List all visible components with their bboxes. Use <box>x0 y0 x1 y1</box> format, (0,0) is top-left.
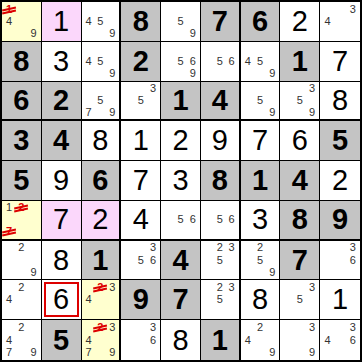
candidate-3: 3 <box>147 242 159 254</box>
cell-r5c3[interactable]: 6 <box>82 161 122 201</box>
cell-value-given: 1 <box>212 326 228 355</box>
cell-value-solved: 6 <box>292 126 308 155</box>
candidate-3: 3 <box>306 83 318 95</box>
candidate-grid: 56 <box>202 43 238 80</box>
cell-value-given: 8 <box>212 166 228 195</box>
cell-r2c2[interactable]: 3 <box>42 42 82 82</box>
candidate-4: 4 <box>321 15 334 27</box>
cell-r6c3[interactable]: 2 <box>82 201 122 241</box>
cell-r6c9[interactable]: 9 <box>320 201 360 241</box>
candidate-5: 5 <box>174 15 186 27</box>
candidate-3: 3 <box>306 321 318 334</box>
cell-r8c2[interactable]: 6 <box>42 280 82 320</box>
cell-r7c6[interactable]: 235 <box>201 241 241 281</box>
candidate-grid: 59 <box>242 83 279 119</box>
cell-r1c2[interactable]: 1 <box>42 2 82 42</box>
cell-r6c6[interactable]: 56 <box>201 201 241 241</box>
candidate-5: 5 <box>294 94 306 106</box>
cell-r3c5[interactable]: 1 <box>161 82 201 122</box>
candidate-2: 2 <box>15 281 27 293</box>
cell-r8c8[interactable]: 35 <box>280 280 320 320</box>
candidate-grid: 235 <box>202 242 238 279</box>
cell-value-solved: 7 <box>133 166 149 195</box>
cell-value-given: 4 <box>53 126 69 155</box>
cell-r4c8[interactable]: 6 <box>280 121 320 161</box>
cell-r3c1[interactable]: 6 <box>2 82 42 122</box>
cell-r4c5[interactable]: 2 <box>161 121 201 161</box>
cell-r1c7[interactable]: 6 <box>241 2 281 42</box>
cell-r9c9[interactable]: 346 <box>320 320 360 360</box>
cell-value-given: 4 <box>292 166 308 195</box>
candidate-2: 2 <box>15 321 27 334</box>
candidate-grid: 569 <box>162 43 199 80</box>
candidate-3: 3 <box>346 242 359 254</box>
cell-r2c6[interactable]: 56 <box>201 42 241 82</box>
candidate-5: 5 <box>174 214 186 226</box>
candidate-6: 6 <box>226 214 238 226</box>
candidate-grid: 459 <box>83 3 119 40</box>
candidate-grid: 35 <box>281 281 318 318</box>
candidate-5: 5 <box>214 214 226 226</box>
candidate-grid: 459 <box>83 43 119 80</box>
candidate-9: 9 <box>28 266 40 278</box>
candidate-5: 5 <box>214 294 226 306</box>
candidate-2: 2 <box>254 242 266 254</box>
candidate-5: 5 <box>294 294 306 306</box>
cell-value-solved: 7 <box>53 205 69 234</box>
candidate-5: 5 <box>214 55 226 67</box>
cell-r3c3[interactable]: 579 <box>82 82 122 122</box>
candidate-6: 6 <box>187 55 199 67</box>
cell-r5c6[interactable]: 8 <box>201 161 241 201</box>
candidate-4: 4 <box>83 55 95 67</box>
cell-value-given: 5 <box>332 126 348 155</box>
cell-r2c1[interactable]: 8 <box>2 42 42 82</box>
cell-value-given: 8 <box>13 47 29 76</box>
candidate-grid: 34 <box>321 3 359 40</box>
cell-r2c5[interactable]: 569 <box>161 42 201 82</box>
cell-value-solved: 8 <box>92 126 108 155</box>
candidate-3: 3 <box>106 281 118 293</box>
candidate-5: 5 <box>254 254 266 266</box>
candidate-4: 4 <box>3 15 15 27</box>
cell-r3c4[interactable]: 35 <box>121 82 161 122</box>
candidate-5: 5 <box>94 15 106 27</box>
cell-r1c4[interactable]: 8 <box>121 2 161 42</box>
candidate-grid: 459 <box>242 43 279 80</box>
candidate-6: 6 <box>346 334 359 347</box>
candidate-9: 9 <box>266 67 278 79</box>
cell-r3c7[interactable]: 59 <box>241 82 281 122</box>
candidate-2: 2 <box>254 321 266 334</box>
cell-value-given: 8 <box>292 205 308 234</box>
cell-r5c8[interactable]: 4 <box>280 161 320 201</box>
candidate-3: 3 <box>346 3 359 15</box>
candidate-6: 6 <box>187 214 199 226</box>
candidate-grid: 56 <box>162 202 199 238</box>
cell-r1c5[interactable]: 59 <box>161 2 201 42</box>
cell-r5c5[interactable]: 3 <box>161 161 201 201</box>
candidate-grid: 39 <box>281 321 318 359</box>
cell-r8c1[interactable]: 24 <box>2 280 42 320</box>
candidate-9: 9 <box>28 346 40 359</box>
candidate-5: 5 <box>254 55 266 67</box>
candidate-4: 4 <box>83 294 95 306</box>
cell-r2c9[interactable]: 7 <box>320 42 360 82</box>
candidate-3: 3 <box>147 83 159 95</box>
cell-r5c4[interactable]: 7 <box>121 161 161 201</box>
candidate-grid: 56 <box>202 202 238 238</box>
candidate-grid: 359 <box>281 83 318 119</box>
cell-r7c7[interactable]: 259 <box>241 241 281 281</box>
cell-r9c6[interactable]: 1 <box>201 320 241 360</box>
cell-value-solved: 7 <box>332 47 348 76</box>
cell-r8c7[interactable]: 8 <box>241 280 281 320</box>
cell-r4c2[interactable]: 4 <box>42 121 82 161</box>
cell-r9c3[interactable]: 34792 <box>82 320 122 360</box>
cell-value-given: 5 <box>53 326 69 355</box>
candidate-5: 5 <box>135 94 147 106</box>
cell-value-given: 4 <box>172 246 188 275</box>
candidate-2: 2 <box>214 242 226 254</box>
candidate-1-eliminated: 1 <box>3 3 15 15</box>
cell-value-given: 6 <box>252 7 268 36</box>
candidate-4: 4 <box>83 15 95 27</box>
candidate-3: 3 <box>226 281 238 293</box>
cell-value-given: 6 <box>92 166 108 195</box>
candidate-9: 9 <box>306 346 318 359</box>
candidate-9: 9 <box>187 67 199 79</box>
candidate-2: 2 <box>214 281 226 293</box>
cell-value-solved: 2 <box>292 7 308 36</box>
cell-r8c9[interactable]: 1 <box>320 280 360 320</box>
cell-r1c3[interactable]: 459 <box>82 2 122 42</box>
candidate-6: 6 <box>147 254 159 266</box>
cell-r5c9[interactable]: 2 <box>320 161 360 201</box>
candidate-grid: 36 <box>122 321 159 359</box>
cell-value-solved: 8 <box>332 86 348 115</box>
candidate-6: 6 <box>147 334 159 347</box>
cell-r1c9[interactable]: 34 <box>320 2 360 42</box>
candidate-7: 7 <box>83 106 95 118</box>
cell-r9c1[interactable]: 2479 <box>2 320 42 360</box>
cell-value-solved: 8 <box>53 246 69 275</box>
candidate-9: 9 <box>106 67 118 79</box>
candidate-4: 4 <box>83 334 95 347</box>
cell-value-given: 7 <box>212 7 228 36</box>
cell-r4c9[interactable]: 5 <box>320 121 360 161</box>
cell-value-solved: 8 <box>252 285 268 314</box>
cell-r6c4[interactable]: 4 <box>121 201 161 241</box>
cell-value-given: 4 <box>212 86 228 115</box>
cell-r6c8[interactable]: 8 <box>280 201 320 241</box>
cell-r7c4[interactable]: 356 <box>121 241 161 281</box>
candidate-4: 4 <box>242 55 254 67</box>
candidate-grid: 356 <box>122 242 159 279</box>
candidate-7-eliminated: 7 <box>3 226 15 238</box>
cell-value-given: 2 <box>53 86 69 115</box>
cell-value-solved: 1 <box>133 126 149 155</box>
cell-r9c2[interactable]: 5 <box>42 320 82 360</box>
cell-value-given: 1 <box>252 166 268 195</box>
cell-value-solved: 1 <box>53 7 69 36</box>
sudoku-board: 4911459859762348345925695645917625793514… <box>0 0 362 362</box>
cell-r4c6[interactable]: 9 <box>201 121 241 161</box>
cell-r7c8[interactable]: 7 <box>280 241 320 281</box>
candidate-2: 2 <box>15 242 27 254</box>
candidate-3: 3 <box>147 321 159 334</box>
candidate-2-eliminated: 2 <box>94 321 106 334</box>
candidate-grid: 491 <box>3 3 40 40</box>
cell-r2c4[interactable]: 2 <box>121 42 161 82</box>
cell-r8c6[interactable]: 235 <box>201 280 241 320</box>
cell-r7c3[interactable]: 1 <box>82 241 122 281</box>
cell-r6c2[interactable]: 7 <box>42 201 82 241</box>
candidate-9: 9 <box>266 346 278 359</box>
cell-value-solved: 1 <box>332 285 348 314</box>
cell-value-given: 3 <box>13 126 29 155</box>
cell-r8c4[interactable]: 9 <box>121 280 161 320</box>
cell-r4c3[interactable]: 8 <box>82 121 122 161</box>
cell-value-solved: 2 <box>92 205 108 234</box>
cell-value-solved: 6 <box>53 285 69 314</box>
cell-value-solved: 7 <box>252 126 268 155</box>
cell-r7c9[interactable]: 36 <box>320 241 360 281</box>
cell-value-given: 8 <box>133 7 149 36</box>
candidate-grid: 2479 <box>3 321 40 359</box>
candidate-grid: 342 <box>83 281 119 318</box>
cell-value-solved: 3 <box>252 205 268 234</box>
cell-r2c7[interactable]: 459 <box>241 42 281 82</box>
candidate-2-eliminated: 2 <box>94 281 106 293</box>
cell-value-given: 2 <box>133 47 149 76</box>
cell-value-given: 7 <box>292 246 308 275</box>
cell-r3c9[interactable]: 8 <box>320 82 360 122</box>
candidate-4: 4 <box>3 334 15 347</box>
candidate-grid: 579 <box>83 83 119 119</box>
candidate-9: 9 <box>28 28 40 40</box>
cell-r5c1[interactable]: 5 <box>2 161 42 201</box>
cell-r5c2[interactable]: 9 <box>42 161 82 201</box>
cell-r7c2[interactable]: 8 <box>42 241 82 281</box>
cell-r4c4[interactable]: 1 <box>121 121 161 161</box>
candidate-7: 7 <box>3 346 15 359</box>
cell-value-given: 1 <box>92 246 108 275</box>
cell-value-solved: 9 <box>212 126 228 155</box>
candidate-6: 6 <box>226 55 238 67</box>
cell-value-given: 1 <box>292 47 308 76</box>
cell-value-given: 5 <box>13 166 29 195</box>
cell-r3c2[interactable]: 2 <box>42 82 82 122</box>
candidate-3: 3 <box>106 321 118 334</box>
cell-r7c5[interactable]: 4 <box>161 241 201 281</box>
candidate-5: 5 <box>94 94 106 106</box>
cell-r1c8[interactable]: 2 <box>280 2 320 42</box>
cell-value-solved: 4 <box>133 205 149 234</box>
candidate-5: 5 <box>94 55 106 67</box>
candidate-grid: 24 <box>3 281 40 318</box>
candidate-3: 3 <box>346 321 359 334</box>
cell-value-solved: 3 <box>172 166 188 195</box>
cell-value-solved: 8 <box>172 326 188 355</box>
candidate-grid: 346 <box>321 321 359 359</box>
cell-r4c7[interactable]: 7 <box>241 121 281 161</box>
candidate-9: 9 <box>306 106 318 118</box>
candidate-grid: 34792 <box>83 321 119 359</box>
cell-r9c5[interactable]: 8 <box>161 320 201 360</box>
candidate-5: 5 <box>174 55 186 67</box>
candidate-grid: 259 <box>242 242 279 279</box>
cell-value-given: 7 <box>172 285 188 314</box>
candidate-4: 4 <box>242 334 254 347</box>
cell-r2c3[interactable]: 459 <box>82 42 122 82</box>
cell-r6c1[interactable]: 127 <box>2 201 42 241</box>
cell-value-solved: 2 <box>172 126 188 155</box>
candidate-grid: 249 <box>242 321 279 359</box>
candidate-grid: 35 <box>122 83 159 119</box>
cell-r9c7[interactable]: 249 <box>241 320 281 360</box>
cell-r4c1[interactable]: 3 <box>2 121 42 161</box>
candidate-grid: 59 <box>162 3 199 40</box>
candidate-6: 6 <box>346 254 359 266</box>
candidate-3: 3 <box>226 242 238 254</box>
cell-r2c8[interactable]: 1 <box>280 42 320 82</box>
candidate-9: 9 <box>187 28 199 40</box>
cell-value-given: 1 <box>172 86 188 115</box>
candidate-grid: 29 <box>3 242 40 279</box>
candidate-2-eliminated: 2 <box>15 202 27 214</box>
cell-r3c8[interactable]: 359 <box>280 82 320 122</box>
cell-value-solved: 2 <box>332 166 348 195</box>
candidate-3: 3 <box>306 281 318 293</box>
candidate-grid: 36 <box>321 242 359 279</box>
cell-value-given: 9 <box>332 205 348 234</box>
cell-value-solved: 3 <box>53 47 69 76</box>
cell-r3c6[interactable]: 4 <box>201 82 241 122</box>
candidate-grid: 127 <box>3 202 40 238</box>
candidate-grid: 235 <box>202 281 238 318</box>
candidate-7: 7 <box>83 346 95 359</box>
cell-r9c4[interactable]: 36 <box>121 320 161 360</box>
candidate-9: 9 <box>106 346 118 359</box>
candidate-9: 9 <box>266 266 278 278</box>
candidate-4: 4 <box>3 294 15 306</box>
candidate-4: 4 <box>321 334 334 347</box>
candidate-9: 9 <box>106 106 118 118</box>
candidate-9: 9 <box>266 106 278 118</box>
cell-r8c3[interactable]: 342 <box>82 280 122 320</box>
cell-value-given: 6 <box>13 86 29 115</box>
cell-r9c8[interactable]: 39 <box>280 320 320 360</box>
cell-r6c5[interactable]: 56 <box>161 201 201 241</box>
cell-r8c5[interactable]: 7 <box>161 280 201 320</box>
cell-value-solved: 9 <box>53 166 69 195</box>
cell-value-given: 9 <box>133 285 149 314</box>
cell-r5c7[interactable]: 1 <box>241 161 281 201</box>
cell-r7c1[interactable]: 29 <box>2 241 42 281</box>
candidate-5: 5 <box>214 254 226 266</box>
candidate-5: 5 <box>254 94 266 106</box>
cell-r1c6[interactable]: 7 <box>201 2 241 42</box>
candidate-9: 9 <box>106 28 118 40</box>
cell-r1c1[interactable]: 491 <box>2 2 42 42</box>
candidate-5: 5 <box>135 254 147 266</box>
cell-r6c7[interactable]: 3 <box>241 201 281 241</box>
